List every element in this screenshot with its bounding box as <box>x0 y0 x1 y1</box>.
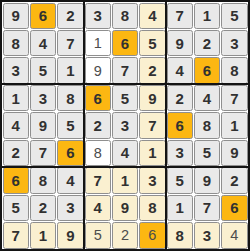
cell-r6c4[interactable]: 8 <box>85 140 111 166</box>
cell-r3c7[interactable]: 4 <box>167 57 193 83</box>
cell-r7c3[interactable]: 4 <box>57 167 83 193</box>
cell-r4c2[interactable]: 3 <box>30 85 56 111</box>
cell-r6c2[interactable]: 7 <box>30 140 56 166</box>
cell-r5c5[interactable]: 3 <box>112 112 138 138</box>
cell-r2c2[interactable]: 4 <box>30 30 56 56</box>
cell-r8c1[interactable]: 5 <box>3 195 29 221</box>
cell-r2c5[interactable]: 6 <box>112 30 138 56</box>
cell-r5c9[interactable]: 1 <box>221 112 247 138</box>
cell-r6c6[interactable]: 1 <box>139 140 165 166</box>
cell-r2c7[interactable]: 9 <box>167 30 193 56</box>
cell-r7c1[interactable]: 6 <box>3 167 29 193</box>
cell-r9c5[interactable]: 2 <box>112 222 138 248</box>
cell-r4c8[interactable]: 4 <box>194 85 220 111</box>
cell-r1c1[interactable]: 9 <box>3 3 29 29</box>
cell-r8c9[interactable]: 6 <box>221 195 247 221</box>
cell-r6c9[interactable]: 9 <box>221 140 247 166</box>
cell-r5c8[interactable]: 8 <box>194 112 220 138</box>
cell-r3c8[interactable]: 6 <box>194 57 220 83</box>
cell-r1c2[interactable]: 6 <box>30 3 56 29</box>
cell-r5c7[interactable]: 6 <box>167 112 193 138</box>
cell-r6c3[interactable]: 6 <box>57 140 83 166</box>
cell-r7c8[interactable]: 9 <box>194 167 220 193</box>
cell-r3c2[interactable]: 5 <box>30 57 56 83</box>
cell-r9c9[interactable]: 4 <box>221 222 247 248</box>
cell-r9c6[interactable]: 6 <box>139 222 165 248</box>
cell-r5c3[interactable]: 5 <box>57 112 83 138</box>
cell-r7c6[interactable]: 3 <box>139 167 165 193</box>
cell-r8c8[interactable]: 7 <box>194 195 220 221</box>
cell-r6c1[interactable]: 2 <box>3 140 29 166</box>
cell-r8c5[interactable]: 9 <box>112 195 138 221</box>
cell-r5c4[interactable]: 2 <box>85 112 111 138</box>
cell-r2c1[interactable]: 8 <box>3 30 29 56</box>
cell-r1c6[interactable]: 4 <box>139 3 165 29</box>
cell-r2c9[interactable]: 3 <box>221 30 247 56</box>
cell-r1c7[interactable]: 7 <box>167 3 193 29</box>
cell-r3c5[interactable]: 7 <box>112 57 138 83</box>
cell-r4c3[interactable]: 8 <box>57 85 83 111</box>
cell-r4c9[interactable]: 7 <box>221 85 247 111</box>
cell-r1c3[interactable]: 2 <box>57 3 83 29</box>
cell-r9c7[interactable]: 8 <box>167 222 193 248</box>
cell-r7c4[interactable]: 7 <box>85 167 111 193</box>
cell-r8c7[interactable]: 1 <box>167 195 193 221</box>
cell-r4c7[interactable]: 2 <box>167 85 193 111</box>
sudoku-board: 9623847158471659233519724681386592474952… <box>0 0 250 251</box>
cell-r7c7[interactable]: 5 <box>167 167 193 193</box>
cell-r5c6[interactable]: 7 <box>139 112 165 138</box>
cell-r5c1[interactable]: 4 <box>3 112 29 138</box>
cell-r4c4[interactable]: 6 <box>85 85 111 111</box>
cell-r3c6[interactable]: 2 <box>139 57 165 83</box>
cell-r3c3[interactable]: 1 <box>57 57 83 83</box>
cell-r8c3[interactable]: 3 <box>57 195 83 221</box>
cell-r8c6[interactable]: 8 <box>139 195 165 221</box>
cell-r9c3[interactable]: 9 <box>57 222 83 248</box>
cell-r6c8[interactable]: 5 <box>194 140 220 166</box>
cell-r6c7[interactable]: 3 <box>167 140 193 166</box>
cell-r9c8[interactable]: 3 <box>194 222 220 248</box>
cell-r7c9[interactable]: 2 <box>221 167 247 193</box>
cell-r2c3[interactable]: 7 <box>57 30 83 56</box>
cell-r1c4[interactable]: 3 <box>85 3 111 29</box>
cell-r9c2[interactable]: 1 <box>30 222 56 248</box>
cell-r1c9[interactable]: 5 <box>221 3 247 29</box>
cell-r7c2[interactable]: 8 <box>30 167 56 193</box>
cell-r4c6[interactable]: 9 <box>139 85 165 111</box>
cell-r2c4[interactable]: 1 <box>85 30 111 56</box>
cell-r1c8[interactable]: 1 <box>194 3 220 29</box>
cell-r8c4[interactable]: 4 <box>85 195 111 221</box>
cell-r3c4[interactable]: 9 <box>85 57 111 83</box>
cell-r3c1[interactable]: 3 <box>3 57 29 83</box>
cell-r2c8[interactable]: 2 <box>194 30 220 56</box>
cell-r7c5[interactable]: 1 <box>112 167 138 193</box>
cell-r8c2[interactable]: 2 <box>30 195 56 221</box>
cell-r5c2[interactable]: 9 <box>30 112 56 138</box>
cell-r9c1[interactable]: 7 <box>3 222 29 248</box>
cell-r9c4[interactable]: 5 <box>85 222 111 248</box>
cell-r3c9[interactable]: 8 <box>221 57 247 83</box>
cell-r1c5[interactable]: 8 <box>112 3 138 29</box>
cell-r6c5[interactable]: 4 <box>112 140 138 166</box>
cell-r4c1[interactable]: 1 <box>3 85 29 111</box>
cell-r4c5[interactable]: 5 <box>112 85 138 111</box>
cell-r2c6[interactable]: 5 <box>139 30 165 56</box>
